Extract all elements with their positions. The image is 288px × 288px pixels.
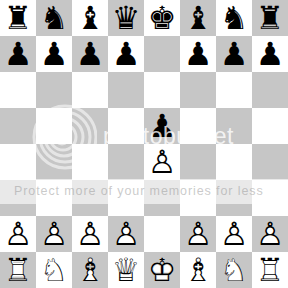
square-b3[interactable] (36, 180, 72, 216)
square-c6[interactable] (72, 72, 108, 108)
black-bishop-c8[interactable]: ♝ (72, 0, 108, 36)
black-pawn-a7[interactable]: ♟ (0, 36, 36, 72)
chess-board-image: ♜♞♝♛♚♝♞♜♟♟♟♟♟♟♟♟♟♙♟♙♟♙♟♙♟♙♟♙♟♙♟♙♜♖♞♘♝♗♛♕… (0, 0, 288, 288)
square-h3[interactable] (252, 180, 288, 216)
black-queen-d8[interactable]: ♛ (108, 0, 144, 36)
square-f1[interactable]: ♝♗ (180, 252, 216, 288)
white-pawn-g2[interactable]: ♙ (216, 216, 252, 252)
square-f8[interactable]: ♝ (180, 0, 216, 36)
square-g4[interactable] (216, 144, 252, 180)
square-e8[interactable]: ♚ (144, 0, 180, 36)
square-a4[interactable] (0, 144, 36, 180)
square-a5[interactable] (0, 108, 36, 144)
square-a7[interactable]: ♟ (0, 36, 36, 72)
square-g3[interactable] (216, 180, 252, 216)
black-bishop-f8[interactable]: ♝ (180, 0, 216, 36)
square-f3[interactable] (180, 180, 216, 216)
square-b2[interactable]: ♟♙ (36, 216, 72, 252)
black-rook-a8[interactable]: ♜ (0, 0, 36, 36)
square-c1[interactable]: ♝♗ (72, 252, 108, 288)
square-e5[interactable]: ♟ (144, 108, 180, 144)
square-h2[interactable]: ♟♙ (252, 216, 288, 252)
square-f4[interactable] (180, 144, 216, 180)
square-d7[interactable]: ♟ (108, 36, 144, 72)
white-pawn-e4[interactable]: ♙ (144, 144, 180, 180)
square-a1[interactable]: ♜♖ (0, 252, 36, 288)
black-knight-g8[interactable]: ♞ (216, 0, 252, 36)
square-f2[interactable]: ♟♙ (180, 216, 216, 252)
square-d5[interactable] (108, 108, 144, 144)
square-g7[interactable]: ♟ (216, 36, 252, 72)
square-e1[interactable]: ♚♔ (144, 252, 180, 288)
black-pawn-f7[interactable]: ♟ (180, 36, 216, 72)
square-g8[interactable]: ♞ (216, 0, 252, 36)
square-g1[interactable]: ♞♘ (216, 252, 252, 288)
square-e4[interactable]: ♟♙ (144, 144, 180, 180)
square-b1[interactable]: ♞♘ (36, 252, 72, 288)
black-pawn-b7[interactable]: ♟ (36, 36, 72, 72)
square-b8[interactable]: ♞ (36, 0, 72, 36)
square-d3[interactable] (108, 180, 144, 216)
white-pawn-a2[interactable]: ♙ (0, 216, 36, 252)
square-g5[interactable] (216, 108, 252, 144)
square-e7[interactable] (144, 36, 180, 72)
square-h4[interactable] (252, 144, 288, 180)
square-a6[interactable] (0, 72, 36, 108)
square-d8[interactable]: ♛ (108, 0, 144, 36)
black-pawn-e5[interactable]: ♟ (144, 108, 180, 144)
square-f5[interactable] (180, 108, 216, 144)
square-g6[interactable] (216, 72, 252, 108)
white-bishop-c1[interactable]: ♗ (72, 252, 108, 288)
square-e3[interactable] (144, 180, 180, 216)
square-a3[interactable] (0, 180, 36, 216)
white-knight-g1[interactable]: ♘ (216, 252, 252, 288)
square-c2[interactable]: ♟♙ (72, 216, 108, 252)
square-a2[interactable]: ♟♙ (0, 216, 36, 252)
square-e6[interactable] (144, 72, 180, 108)
white-pawn-h2[interactable]: ♙ (252, 216, 288, 252)
square-d6[interactable] (108, 72, 144, 108)
chess-board: ♜♞♝♛♚♝♞♜♟♟♟♟♟♟♟♟♟♙♟♙♟♙♟♙♟♙♟♙♟♙♟♙♜♖♞♘♝♗♛♕… (0, 0, 288, 288)
white-knight-b1[interactable]: ♘ (36, 252, 72, 288)
square-d1[interactable]: ♛♕ (108, 252, 144, 288)
square-b7[interactable]: ♟ (36, 36, 72, 72)
black-rook-h8[interactable]: ♜ (252, 0, 288, 36)
white-rook-a1[interactable]: ♖ (0, 252, 36, 288)
square-e2[interactable] (144, 216, 180, 252)
black-pawn-d7[interactable]: ♟ (108, 36, 144, 72)
white-queen-d1[interactable]: ♕ (108, 252, 144, 288)
square-b6[interactable] (36, 72, 72, 108)
square-c8[interactable]: ♝ (72, 0, 108, 36)
black-pawn-g7[interactable]: ♟ (216, 36, 252, 72)
white-pawn-d2[interactable]: ♙ (108, 216, 144, 252)
white-pawn-f2[interactable]: ♙ (180, 216, 216, 252)
square-c3[interactable] (72, 180, 108, 216)
square-b4[interactable] (36, 144, 72, 180)
white-king-e1[interactable]: ♔ (144, 252, 180, 288)
square-h7[interactable]: ♟ (252, 36, 288, 72)
white-rook-h1[interactable]: ♖ (252, 252, 288, 288)
square-d4[interactable] (108, 144, 144, 180)
square-b5[interactable] (36, 108, 72, 144)
square-h8[interactable]: ♜ (252, 0, 288, 36)
square-h6[interactable] (252, 72, 288, 108)
white-bishop-f1[interactable]: ♗ (180, 252, 216, 288)
black-pawn-h7[interactable]: ♟ (252, 36, 288, 72)
square-g2[interactable]: ♟♙ (216, 216, 252, 252)
square-a8[interactable]: ♜ (0, 0, 36, 36)
square-h1[interactable]: ♜♖ (252, 252, 288, 288)
square-c4[interactable] (72, 144, 108, 180)
square-c5[interactable] (72, 108, 108, 144)
black-pawn-c7[interactable]: ♟ (72, 36, 108, 72)
black-knight-b8[interactable]: ♞ (36, 0, 72, 36)
square-c7[interactable]: ♟ (72, 36, 108, 72)
square-f7[interactable]: ♟ (180, 36, 216, 72)
square-h5[interactable] (252, 108, 288, 144)
square-f6[interactable] (180, 72, 216, 108)
white-pawn-c2[interactable]: ♙ (72, 216, 108, 252)
black-king-e8[interactable]: ♚ (144, 0, 180, 36)
white-pawn-b2[interactable]: ♙ (36, 216, 72, 252)
square-d2[interactable]: ♟♙ (108, 216, 144, 252)
